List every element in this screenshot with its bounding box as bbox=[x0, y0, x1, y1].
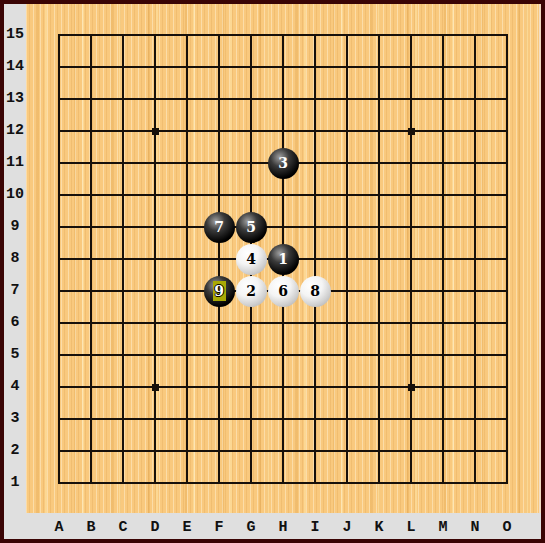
intersection-E15[interactable] bbox=[171, 19, 203, 51]
intersection-I8[interactable] bbox=[299, 243, 331, 275]
intersection-J11[interactable] bbox=[331, 147, 363, 179]
intersection-F10[interactable] bbox=[203, 179, 235, 211]
row-label-10: 10 bbox=[4, 179, 26, 211]
intersection-I5[interactable] bbox=[299, 339, 331, 371]
intersection-O9[interactable] bbox=[491, 211, 523, 243]
intersection-L5[interactable] bbox=[395, 339, 427, 371]
intersection-I14[interactable] bbox=[299, 51, 331, 83]
intersection-C13[interactable] bbox=[107, 83, 139, 115]
stone-white-move-6[interactable]: 6 bbox=[268, 276, 299, 307]
stone-black-move-1[interactable]: 1 bbox=[268, 244, 299, 275]
column-label-G: G bbox=[235, 517, 267, 539]
column-label-F: F bbox=[203, 517, 235, 539]
column-label-L: L bbox=[395, 517, 427, 539]
row-label-12: 12 bbox=[4, 115, 26, 147]
intersection-N14[interactable] bbox=[459, 51, 491, 83]
intersection-J1[interactable] bbox=[331, 467, 363, 499]
intersection-C2[interactable] bbox=[107, 435, 139, 467]
intersection-K2[interactable] bbox=[363, 435, 395, 467]
intersection-G9[interactable]: 5 bbox=[235, 211, 267, 243]
intersection-A12[interactable] bbox=[43, 115, 75, 147]
row-label-14: 14 bbox=[4, 51, 26, 83]
intersection-E10[interactable] bbox=[171, 179, 203, 211]
column-label-B: B bbox=[75, 517, 107, 539]
stone-black-move-7[interactable]: 7 bbox=[204, 212, 235, 243]
intersection-A13[interactable] bbox=[43, 83, 75, 115]
intersection-M2[interactable] bbox=[427, 435, 459, 467]
intersection-B14[interactable] bbox=[75, 51, 107, 83]
intersection-H10[interactable] bbox=[267, 179, 299, 211]
intersection-K7[interactable] bbox=[363, 275, 395, 307]
intersection-F8[interactable] bbox=[203, 243, 235, 275]
intersection-N12[interactable] bbox=[459, 115, 491, 147]
intersection-O10[interactable] bbox=[491, 179, 523, 211]
intersection-C1[interactable] bbox=[107, 467, 139, 499]
intersection-I13[interactable] bbox=[299, 83, 331, 115]
stone-black-move-3[interactable]: 3 bbox=[268, 148, 299, 179]
intersection-A14[interactable] bbox=[43, 51, 75, 83]
intersection-C10[interactable] bbox=[107, 179, 139, 211]
intersection-A1[interactable] bbox=[43, 467, 75, 499]
intersection-G14[interactable] bbox=[235, 51, 267, 83]
row-label-6: 6 bbox=[4, 307, 26, 339]
intersection-D14[interactable] bbox=[139, 51, 171, 83]
intersection-A2[interactable] bbox=[43, 435, 75, 467]
intersection-J14[interactable] bbox=[331, 51, 363, 83]
intersection-F7[interactable]: 9 bbox=[203, 275, 235, 307]
intersection-I9[interactable] bbox=[299, 211, 331, 243]
intersection-I2[interactable] bbox=[299, 435, 331, 467]
intersection-I11[interactable] bbox=[299, 147, 331, 179]
goban-grid: 375419268 bbox=[43, 19, 523, 499]
intersection-E4[interactable] bbox=[171, 371, 203, 403]
intersection-O5[interactable] bbox=[491, 339, 523, 371]
row-label-2: 2 bbox=[4, 435, 26, 467]
intersection-M8[interactable] bbox=[427, 243, 459, 275]
intersection-F4[interactable] bbox=[203, 371, 235, 403]
intersection-M1[interactable] bbox=[427, 467, 459, 499]
intersection-N15[interactable] bbox=[459, 19, 491, 51]
column-label-I: I bbox=[299, 517, 331, 539]
intersection-D6[interactable] bbox=[139, 307, 171, 339]
intersection-A9[interactable] bbox=[43, 211, 75, 243]
intersection-K12[interactable] bbox=[363, 115, 395, 147]
stone-black-move-9[interactable]: 9 bbox=[204, 276, 235, 307]
intersection-N6[interactable] bbox=[459, 307, 491, 339]
intersection-D3[interactable] bbox=[139, 403, 171, 435]
intersection-O12[interactable] bbox=[491, 115, 523, 147]
column-label-N: N bbox=[459, 517, 491, 539]
intersection-H2[interactable] bbox=[267, 435, 299, 467]
intersection-E9[interactable] bbox=[171, 211, 203, 243]
intersection-C5[interactable] bbox=[107, 339, 139, 371]
intersection-A6[interactable] bbox=[43, 307, 75, 339]
intersection-J10[interactable] bbox=[331, 179, 363, 211]
intersection-M11[interactable] bbox=[427, 147, 459, 179]
row-label-7: 7 bbox=[4, 275, 26, 307]
intersection-E3[interactable] bbox=[171, 403, 203, 435]
intersection-K9[interactable] bbox=[363, 211, 395, 243]
column-labels: ABCDEFGHIJKLMNO bbox=[43, 517, 523, 539]
intersection-L11[interactable] bbox=[395, 147, 427, 179]
intersection-F12[interactable] bbox=[203, 115, 235, 147]
star-point bbox=[152, 128, 159, 135]
move-number: 1 bbox=[278, 251, 288, 267]
intersection-D13[interactable] bbox=[139, 83, 171, 115]
intersection-E11[interactable] bbox=[171, 147, 203, 179]
intersection-I7[interactable]: 8 bbox=[299, 275, 331, 307]
intersection-C14[interactable] bbox=[107, 51, 139, 83]
star-point bbox=[408, 128, 415, 135]
intersection-G5[interactable] bbox=[235, 339, 267, 371]
intersection-B4[interactable] bbox=[75, 371, 107, 403]
move-number: 6 bbox=[278, 283, 288, 299]
intersection-G7[interactable]: 2 bbox=[235, 275, 267, 307]
move-number: 8 bbox=[310, 283, 320, 299]
intersection-G8[interactable]: 4 bbox=[235, 243, 267, 275]
intersection-D5[interactable] bbox=[139, 339, 171, 371]
intersection-F6[interactable] bbox=[203, 307, 235, 339]
intersection-O6[interactable] bbox=[491, 307, 523, 339]
intersection-L9[interactable] bbox=[395, 211, 427, 243]
intersection-H9[interactable] bbox=[267, 211, 299, 243]
intersection-B3[interactable] bbox=[75, 403, 107, 435]
stone-black-move-5[interactable]: 5 bbox=[236, 212, 267, 243]
intersection-A7[interactable] bbox=[43, 275, 75, 307]
intersection-H5[interactable] bbox=[267, 339, 299, 371]
intersection-M14[interactable] bbox=[427, 51, 459, 83]
intersection-B6[interactable] bbox=[75, 307, 107, 339]
intersection-B11[interactable] bbox=[75, 147, 107, 179]
intersection-K15[interactable] bbox=[363, 19, 395, 51]
row-label-4: 4 bbox=[4, 371, 26, 403]
stone-white-move-2[interactable]: 2 bbox=[236, 276, 267, 307]
intersection-B13[interactable] bbox=[75, 83, 107, 115]
stone-white-move-8[interactable]: 8 bbox=[300, 276, 331, 307]
intersection-L6[interactable] bbox=[395, 307, 427, 339]
intersection-I4[interactable] bbox=[299, 371, 331, 403]
row-label-9: 9 bbox=[4, 211, 26, 243]
intersection-G4[interactable] bbox=[235, 371, 267, 403]
intersection-I15[interactable] bbox=[299, 19, 331, 51]
intersection-K3[interactable] bbox=[363, 403, 395, 435]
intersection-F11[interactable] bbox=[203, 147, 235, 179]
intersection-D7[interactable] bbox=[139, 275, 171, 307]
row-label-13: 13 bbox=[4, 83, 26, 115]
intersection-D2[interactable] bbox=[139, 435, 171, 467]
intersection-O2[interactable] bbox=[491, 435, 523, 467]
intersection-L13[interactable] bbox=[395, 83, 427, 115]
move-number: 3 bbox=[278, 155, 288, 171]
intersection-H8[interactable]: 1 bbox=[267, 243, 299, 275]
intersection-D8[interactable] bbox=[139, 243, 171, 275]
intersection-N13[interactable] bbox=[459, 83, 491, 115]
star-point bbox=[152, 384, 159, 391]
intersection-D4[interactable] bbox=[139, 371, 171, 403]
intersection-L4[interactable] bbox=[395, 371, 427, 403]
intersection-F5[interactable] bbox=[203, 339, 235, 371]
column-label-M: M bbox=[427, 517, 459, 539]
intersection-M9[interactable] bbox=[427, 211, 459, 243]
intersection-B12[interactable] bbox=[75, 115, 107, 147]
intersection-G10[interactable] bbox=[235, 179, 267, 211]
intersection-E14[interactable] bbox=[171, 51, 203, 83]
intersection-H1[interactable] bbox=[267, 467, 299, 499]
intersection-N11[interactable] bbox=[459, 147, 491, 179]
intersection-O4[interactable] bbox=[491, 371, 523, 403]
intersection-N1[interactable] bbox=[459, 467, 491, 499]
intersection-A3[interactable] bbox=[43, 403, 75, 435]
intersection-E1[interactable] bbox=[171, 467, 203, 499]
intersection-J7[interactable] bbox=[331, 275, 363, 307]
intersection-M12[interactable] bbox=[427, 115, 459, 147]
intersection-G2[interactable] bbox=[235, 435, 267, 467]
intersection-J12[interactable] bbox=[331, 115, 363, 147]
intersection-K5[interactable] bbox=[363, 339, 395, 371]
intersection-G15[interactable] bbox=[235, 19, 267, 51]
intersection-E2[interactable] bbox=[171, 435, 203, 467]
intersection-I1[interactable] bbox=[299, 467, 331, 499]
intersection-H3[interactable] bbox=[267, 403, 299, 435]
intersection-B1[interactable] bbox=[75, 467, 107, 499]
intersection-K11[interactable] bbox=[363, 147, 395, 179]
intersection-B7[interactable] bbox=[75, 275, 107, 307]
intersection-B5[interactable] bbox=[75, 339, 107, 371]
intersection-F13[interactable] bbox=[203, 83, 235, 115]
intersection-H7[interactable]: 6 bbox=[267, 275, 299, 307]
intersection-N8[interactable] bbox=[459, 243, 491, 275]
intersection-H12[interactable] bbox=[267, 115, 299, 147]
intersection-B2[interactable] bbox=[75, 435, 107, 467]
intersection-F3[interactable] bbox=[203, 403, 235, 435]
intersection-D15[interactable] bbox=[139, 19, 171, 51]
intersection-N5[interactable] bbox=[459, 339, 491, 371]
intersection-C12[interactable] bbox=[107, 115, 139, 147]
row-label-5: 5 bbox=[4, 339, 26, 371]
intersection-A8[interactable] bbox=[43, 243, 75, 275]
intersection-K1[interactable] bbox=[363, 467, 395, 499]
intersection-M10[interactable] bbox=[427, 179, 459, 211]
column-label-K: K bbox=[363, 517, 395, 539]
intersection-N4[interactable] bbox=[459, 371, 491, 403]
row-labels: 151413121110987654321 bbox=[4, 19, 26, 499]
intersection-M3[interactable] bbox=[427, 403, 459, 435]
intersection-G6[interactable] bbox=[235, 307, 267, 339]
intersection-B8[interactable] bbox=[75, 243, 107, 275]
intersection-F15[interactable] bbox=[203, 19, 235, 51]
intersection-N2[interactable] bbox=[459, 435, 491, 467]
column-label-O: O bbox=[491, 517, 523, 539]
intersection-O1[interactable] bbox=[491, 467, 523, 499]
intersection-J6[interactable] bbox=[331, 307, 363, 339]
intersection-L10[interactable] bbox=[395, 179, 427, 211]
intersection-A4[interactable] bbox=[43, 371, 75, 403]
intersection-F2[interactable] bbox=[203, 435, 235, 467]
intersection-B15[interactable] bbox=[75, 19, 107, 51]
intersection-N9[interactable] bbox=[459, 211, 491, 243]
intersection-A15[interactable] bbox=[43, 19, 75, 51]
intersection-K14[interactable] bbox=[363, 51, 395, 83]
intersection-L7[interactable] bbox=[395, 275, 427, 307]
intersection-D10[interactable] bbox=[139, 179, 171, 211]
intersection-K6[interactable] bbox=[363, 307, 395, 339]
intersection-I12[interactable] bbox=[299, 115, 331, 147]
intersection-O13[interactable] bbox=[491, 83, 523, 115]
intersection-J2[interactable] bbox=[331, 435, 363, 467]
intersection-D9[interactable] bbox=[139, 211, 171, 243]
column-label-E: E bbox=[171, 517, 203, 539]
move-number: 7 bbox=[214, 219, 224, 235]
intersection-J5[interactable] bbox=[331, 339, 363, 371]
intersection-M15[interactable] bbox=[427, 19, 459, 51]
intersection-M5[interactable] bbox=[427, 339, 459, 371]
intersection-E5[interactable] bbox=[171, 339, 203, 371]
intersection-N10[interactable] bbox=[459, 179, 491, 211]
intersection-O11[interactable] bbox=[491, 147, 523, 179]
row-label-1: 1 bbox=[4, 467, 26, 499]
intersection-O15[interactable] bbox=[491, 19, 523, 51]
intersection-J13[interactable] bbox=[331, 83, 363, 115]
intersection-A11[interactable] bbox=[43, 147, 75, 179]
intersection-A5[interactable] bbox=[43, 339, 75, 371]
intersection-G1[interactable] bbox=[235, 467, 267, 499]
intersection-B9[interactable] bbox=[75, 211, 107, 243]
row-label-11: 11 bbox=[4, 147, 26, 179]
intersection-J8[interactable] bbox=[331, 243, 363, 275]
intersection-N3[interactable] bbox=[459, 403, 491, 435]
intersection-L14[interactable] bbox=[395, 51, 427, 83]
intersection-C15[interactable] bbox=[107, 19, 139, 51]
intersection-M6[interactable] bbox=[427, 307, 459, 339]
intersection-K13[interactable] bbox=[363, 83, 395, 115]
intersection-O3[interactable] bbox=[491, 403, 523, 435]
move-number: 4 bbox=[246, 251, 256, 267]
intersection-H4[interactable] bbox=[267, 371, 299, 403]
last-move-marker: 9 bbox=[213, 281, 226, 301]
intersection-E13[interactable] bbox=[171, 83, 203, 115]
intersection-G12[interactable] bbox=[235, 115, 267, 147]
intersection-J3[interactable] bbox=[331, 403, 363, 435]
intersection-H13[interactable] bbox=[267, 83, 299, 115]
intersection-M7[interactable] bbox=[427, 275, 459, 307]
intersection-K8[interactable] bbox=[363, 243, 395, 275]
intersection-F1[interactable] bbox=[203, 467, 235, 499]
intersection-E12[interactable] bbox=[171, 115, 203, 147]
intersection-O8[interactable] bbox=[491, 243, 523, 275]
intersection-A10[interactable] bbox=[43, 179, 75, 211]
intersection-E7[interactable] bbox=[171, 275, 203, 307]
intersection-C8[interactable] bbox=[107, 243, 139, 275]
intersection-C6[interactable] bbox=[107, 307, 139, 339]
intersection-G11[interactable] bbox=[235, 147, 267, 179]
row-label-8: 8 bbox=[4, 243, 26, 275]
row-label-3: 3 bbox=[4, 403, 26, 435]
intersection-L15[interactable] bbox=[395, 19, 427, 51]
go-board-window: 375419268 151413121110987654321 ABCDEFGH… bbox=[0, 0, 545, 543]
intersection-N7[interactable] bbox=[459, 275, 491, 307]
column-label-D: D bbox=[139, 517, 171, 539]
move-number: 5 bbox=[246, 219, 256, 235]
intersection-J9[interactable] bbox=[331, 211, 363, 243]
intersection-O7[interactable] bbox=[491, 275, 523, 307]
intersection-D1[interactable] bbox=[139, 467, 171, 499]
column-label-H: H bbox=[267, 517, 299, 539]
intersection-K4[interactable] bbox=[363, 371, 395, 403]
intersection-G13[interactable] bbox=[235, 83, 267, 115]
intersection-E6[interactable] bbox=[171, 307, 203, 339]
intersection-K10[interactable] bbox=[363, 179, 395, 211]
intersection-H11[interactable]: 3 bbox=[267, 147, 299, 179]
intersection-G3[interactable] bbox=[235, 403, 267, 435]
intersection-O14[interactable] bbox=[491, 51, 523, 83]
column-label-J: J bbox=[331, 517, 363, 539]
intersection-F9[interactable]: 7 bbox=[203, 211, 235, 243]
intersection-B10[interactable] bbox=[75, 179, 107, 211]
intersection-H14[interactable] bbox=[267, 51, 299, 83]
intersection-H6[interactable] bbox=[267, 307, 299, 339]
intersection-L1[interactable] bbox=[395, 467, 427, 499]
stone-white-move-4[interactable]: 4 bbox=[236, 244, 267, 275]
intersection-J4[interactable] bbox=[331, 371, 363, 403]
column-label-A: A bbox=[43, 517, 75, 539]
intersection-L8[interactable] bbox=[395, 243, 427, 275]
intersection-M13[interactable] bbox=[427, 83, 459, 115]
intersection-C9[interactable] bbox=[107, 211, 139, 243]
intersection-I10[interactable] bbox=[299, 179, 331, 211]
intersection-C11[interactable] bbox=[107, 147, 139, 179]
column-label-C: C bbox=[107, 517, 139, 539]
intersection-E8[interactable] bbox=[171, 243, 203, 275]
intersection-L2[interactable] bbox=[395, 435, 427, 467]
star-point bbox=[408, 384, 415, 391]
intersection-D12[interactable] bbox=[139, 115, 171, 147]
intersection-M4[interactable] bbox=[427, 371, 459, 403]
intersection-C4[interactable] bbox=[107, 371, 139, 403]
row-label-15: 15 bbox=[4, 19, 26, 51]
intersection-L3[interactable] bbox=[395, 403, 427, 435]
intersection-J15[interactable] bbox=[331, 19, 363, 51]
intersection-F14[interactable] bbox=[203, 51, 235, 83]
intersection-C3[interactable] bbox=[107, 403, 139, 435]
intersection-H15[interactable] bbox=[267, 19, 299, 51]
intersection-D11[interactable] bbox=[139, 147, 171, 179]
intersection-L12[interactable] bbox=[395, 115, 427, 147]
move-number: 2 bbox=[246, 283, 256, 299]
intersection-I3[interactable] bbox=[299, 403, 331, 435]
intersection-I6[interactable] bbox=[299, 307, 331, 339]
intersection-C7[interactable] bbox=[107, 275, 139, 307]
